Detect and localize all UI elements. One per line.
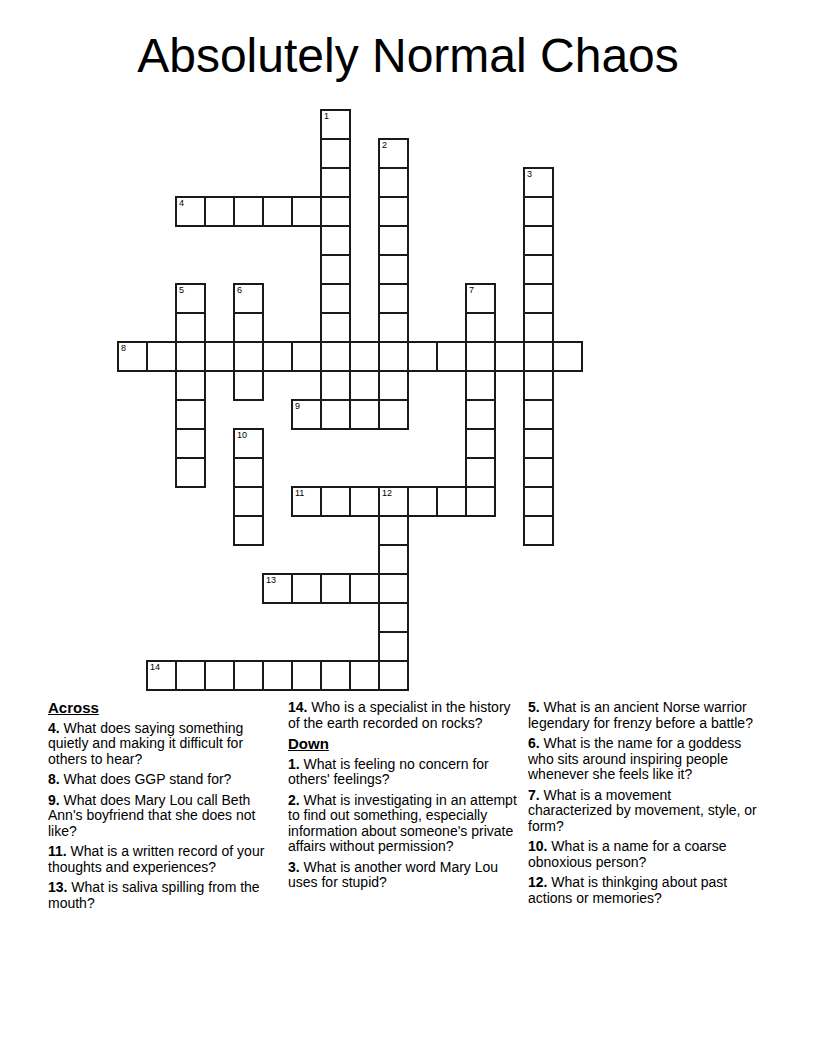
clues-column-1: Across 4. What does saying something qui… — [48, 700, 278, 916]
grid-cell[interactable] — [523, 428, 554, 459]
grid-cell[interactable]: 4 — [175, 196, 206, 227]
grid-cell[interactable] — [262, 196, 293, 227]
cell-number: 12 — [382, 488, 392, 498]
grid-cell[interactable]: 1 — [320, 109, 351, 140]
grid-cell[interactable] — [465, 370, 496, 401]
grid-cell[interactable] — [175, 370, 206, 401]
grid-cell[interactable] — [494, 341, 525, 372]
grid-cell[interactable] — [378, 341, 409, 372]
grid-cell[interactable] — [378, 312, 409, 343]
grid-cell[interactable] — [378, 254, 409, 285]
grid-cell[interactable] — [320, 196, 351, 227]
grid-cell[interactable] — [523, 457, 554, 488]
clue-text: What is feeling no concern for others' f… — [288, 756, 489, 788]
clue-text: What is the name for a goddess who sits … — [528, 735, 741, 782]
grid-cell[interactable] — [465, 457, 496, 488]
grid-cell[interactable] — [233, 515, 264, 546]
clue-text: What is a movement characterized by move… — [528, 787, 757, 834]
clue-down-5: 5. What is an ancient Norse warrior lege… — [528, 700, 758, 731]
clue-text: What is an ancient Norse warrior legenda… — [528, 699, 753, 731]
clue-number: 3. — [288, 859, 300, 875]
grid-cell[interactable] — [523, 312, 554, 343]
clues-column-2: 14. Who is a specialist in the history o… — [288, 700, 518, 896]
grid-cell[interactable] — [175, 341, 206, 372]
grid-cell[interactable] — [233, 196, 264, 227]
grid-cell[interactable] — [233, 312, 264, 343]
grid-cell[interactable]: 8 — [117, 341, 148, 372]
grid-cell[interactable] — [320, 399, 351, 430]
grid-cell[interactable] — [378, 370, 409, 401]
clue-number: 4. — [48, 720, 60, 736]
clue-number: 2. — [288, 792, 300, 808]
grid-cell[interactable] — [175, 399, 206, 430]
clue-number: 1. — [288, 756, 300, 772]
grid-cell[interactable]: 9 — [291, 399, 322, 430]
grid-cell[interactable] — [320, 167, 351, 198]
grid-cell[interactable]: 5 — [175, 283, 206, 314]
grid-cell[interactable] — [349, 341, 380, 372]
grid-cell[interactable] — [233, 457, 264, 488]
grid-cell[interactable] — [407, 486, 438, 517]
clue-down-7: 7. What is a movement characterized by m… — [528, 788, 758, 835]
clue-text: What is thinkging about past actions or … — [528, 874, 727, 906]
grid-cell[interactable]: 7 — [465, 283, 496, 314]
cell-number: 6 — [237, 285, 242, 295]
grid-cell[interactable] — [320, 225, 351, 256]
cell-number: 11 — [295, 488, 304, 498]
clue-number: 13. — [48, 879, 67, 895]
grid-cell[interactable] — [349, 486, 380, 517]
clue-down-2: 2. What is investigating in an attempt t… — [288, 793, 518, 855]
grid-cell[interactable]: 14 — [146, 660, 177, 691]
grid-cell[interactable]: 12 — [378, 486, 409, 517]
puzzle-title: Absolutely Normal Chaos — [0, 28, 816, 83]
grid-cell[interactable] — [465, 399, 496, 430]
clue-text: What is a written record of your thought… — [48, 843, 264, 875]
grid-cell[interactable] — [291, 573, 322, 604]
grid-cell[interactable] — [233, 341, 264, 372]
grid-cell[interactable] — [407, 341, 438, 372]
grid-cell[interactable] — [378, 225, 409, 256]
grid-cell[interactable] — [436, 341, 467, 372]
grid-cell[interactable]: 11 — [291, 486, 322, 517]
grid-cell[interactable] — [378, 196, 409, 227]
clue-across-13: 13. What is saliva spilling from the mou… — [48, 880, 278, 911]
grid-cell[interactable] — [465, 341, 496, 372]
cell-number: 14 — [150, 662, 160, 672]
grid-cell[interactable] — [349, 573, 380, 604]
clue-across-11: 11. What is a written record of your tho… — [48, 844, 278, 875]
clue-number: 6. — [528, 735, 540, 751]
grid-cell[interactable] — [523, 225, 554, 256]
grid-cell[interactable] — [320, 370, 351, 401]
grid-cell[interactable] — [320, 341, 351, 372]
clue-down-3: 3. What is another word Mary Lou uses fo… — [288, 860, 518, 891]
grid-cell[interactable] — [291, 196, 322, 227]
grid-cell[interactable] — [175, 660, 206, 691]
clue-down-10: 10. What is a name for a coarse obnoxiou… — [528, 839, 758, 870]
grid-cell[interactable] — [523, 370, 554, 401]
grid-cell[interactable] — [378, 167, 409, 198]
cell-number: 4 — [179, 198, 184, 208]
clue-text: What does Mary Lou call Beth Ann's boyfr… — [48, 792, 255, 839]
grid-cell[interactable] — [378, 631, 409, 662]
grid-cell[interactable] — [175, 312, 206, 343]
grid-cell[interactable]: 10 — [233, 428, 264, 459]
cell-number: 13 — [266, 575, 276, 585]
grid-cell[interactable] — [146, 341, 177, 372]
clue-down-12: 12. What is thinkging about past actions… — [528, 875, 758, 906]
clue-number: 12. — [528, 874, 547, 890]
clue-number: 7. — [528, 787, 540, 803]
grid-cell[interactable] — [465, 312, 496, 343]
grid-cell[interactable] — [320, 283, 351, 314]
cell-number: 8 — [121, 343, 126, 353]
clue-down-1: 1. What is feeling no concern for others… — [288, 757, 518, 788]
clue-number: 11. — [48, 843, 67, 859]
grid-cell[interactable] — [320, 486, 351, 517]
grid-cell[interactable] — [204, 196, 235, 227]
clue-across-9: 9. What does Mary Lou call Beth Ann's bo… — [48, 793, 278, 840]
clue-across-8: 8. What does GGP stand for? — [48, 772, 278, 788]
grid-cell[interactable] — [175, 428, 206, 459]
clue-down-6: 6. What is the name for a goddess who si… — [528, 736, 758, 783]
grid-cell[interactable] — [378, 283, 409, 314]
clue-text: What does saying something quietly and m… — [48, 720, 243, 767]
grid-cell[interactable] — [204, 341, 235, 372]
grid-cell[interactable] — [465, 486, 496, 517]
grid-cell[interactable] — [291, 341, 322, 372]
clue-across-4: 4. What does saying something quietly an… — [48, 721, 278, 768]
clue-text: What is another word Mary Lou uses for s… — [288, 859, 498, 891]
grid-cell[interactable] — [320, 254, 351, 285]
cell-number: 1 — [324, 111, 329, 121]
grid-cell[interactable] — [349, 660, 380, 691]
grid-cell[interactable] — [523, 399, 554, 430]
grid-cell[interactable] — [523, 254, 554, 285]
grid-cell[interactable] — [378, 573, 409, 604]
grid-cell[interactable] — [378, 515, 409, 546]
grid-cell[interactable] — [233, 486, 264, 517]
grid-cell[interactable] — [378, 660, 409, 691]
grid-cell[interactable] — [523, 515, 554, 546]
cell-number: 5 — [179, 285, 184, 295]
grid-cell[interactable] — [378, 399, 409, 430]
clue-across-14: 14. Who is a specialist in the history o… — [288, 700, 518, 731]
grid-cell[interactable] — [233, 370, 264, 401]
clue-number: 5. — [528, 699, 540, 715]
grid-cell[interactable] — [378, 544, 409, 575]
grid-cell[interactable] — [204, 660, 235, 691]
grid-cell[interactable] — [262, 341, 293, 372]
grid-cell[interactable] — [523, 341, 554, 372]
grid-cell[interactable] — [320, 660, 351, 691]
grid-cell[interactable] — [175, 457, 206, 488]
grid-cell[interactable] — [262, 660, 293, 691]
grid-cell[interactable] — [465, 428, 496, 459]
crossword-grid: 1234567891011121314 — [118, 110, 582, 690]
grid-cell[interactable] — [523, 486, 554, 517]
clue-text: What is investigating in an attempt to f… — [288, 792, 517, 855]
across-header: Across — [48, 700, 278, 716]
clue-number: 8. — [48, 771, 60, 787]
grid-cell[interactable] — [320, 312, 351, 343]
grid-cell[interactable] — [378, 602, 409, 633]
grid-cell[interactable] — [320, 138, 351, 169]
cell-number: 10 — [237, 430, 247, 440]
grid-cell[interactable]: 2 — [378, 138, 409, 169]
cell-number: 2 — [382, 140, 387, 150]
clue-number: 9. — [48, 792, 60, 808]
grid-cell[interactable] — [523, 283, 554, 314]
clue-text: What does GGP stand for? — [64, 771, 232, 787]
grid-cell[interactable] — [349, 399, 380, 430]
grid-cell[interactable] — [320, 573, 351, 604]
grid-cell[interactable]: 6 — [233, 283, 264, 314]
grid-cell[interactable] — [523, 196, 554, 227]
cell-number: 3 — [527, 169, 532, 179]
grid-cell[interactable] — [233, 660, 264, 691]
clue-number: 14. — [288, 699, 307, 715]
cell-number: 9 — [295, 401, 300, 411]
grid-cell[interactable] — [552, 341, 583, 372]
down-header: Down — [288, 736, 518, 752]
grid-cell[interactable] — [291, 660, 322, 691]
grid-cell[interactable]: 13 — [262, 573, 293, 604]
grid-cell[interactable] — [436, 486, 467, 517]
clue-number: 10. — [528, 838, 547, 854]
cell-number: 7 — [469, 285, 474, 295]
clues-column-3: 5. What is an ancient Norse warrior lege… — [528, 700, 758, 911]
grid-cell[interactable]: 3 — [523, 167, 554, 198]
clue-text: What is saliva spilling from the mouth? — [48, 879, 260, 911]
clue-text: What is a name for a coarse obnoxious pe… — [528, 838, 726, 870]
clue-text: Who is a specialist in the history of th… — [288, 699, 511, 731]
